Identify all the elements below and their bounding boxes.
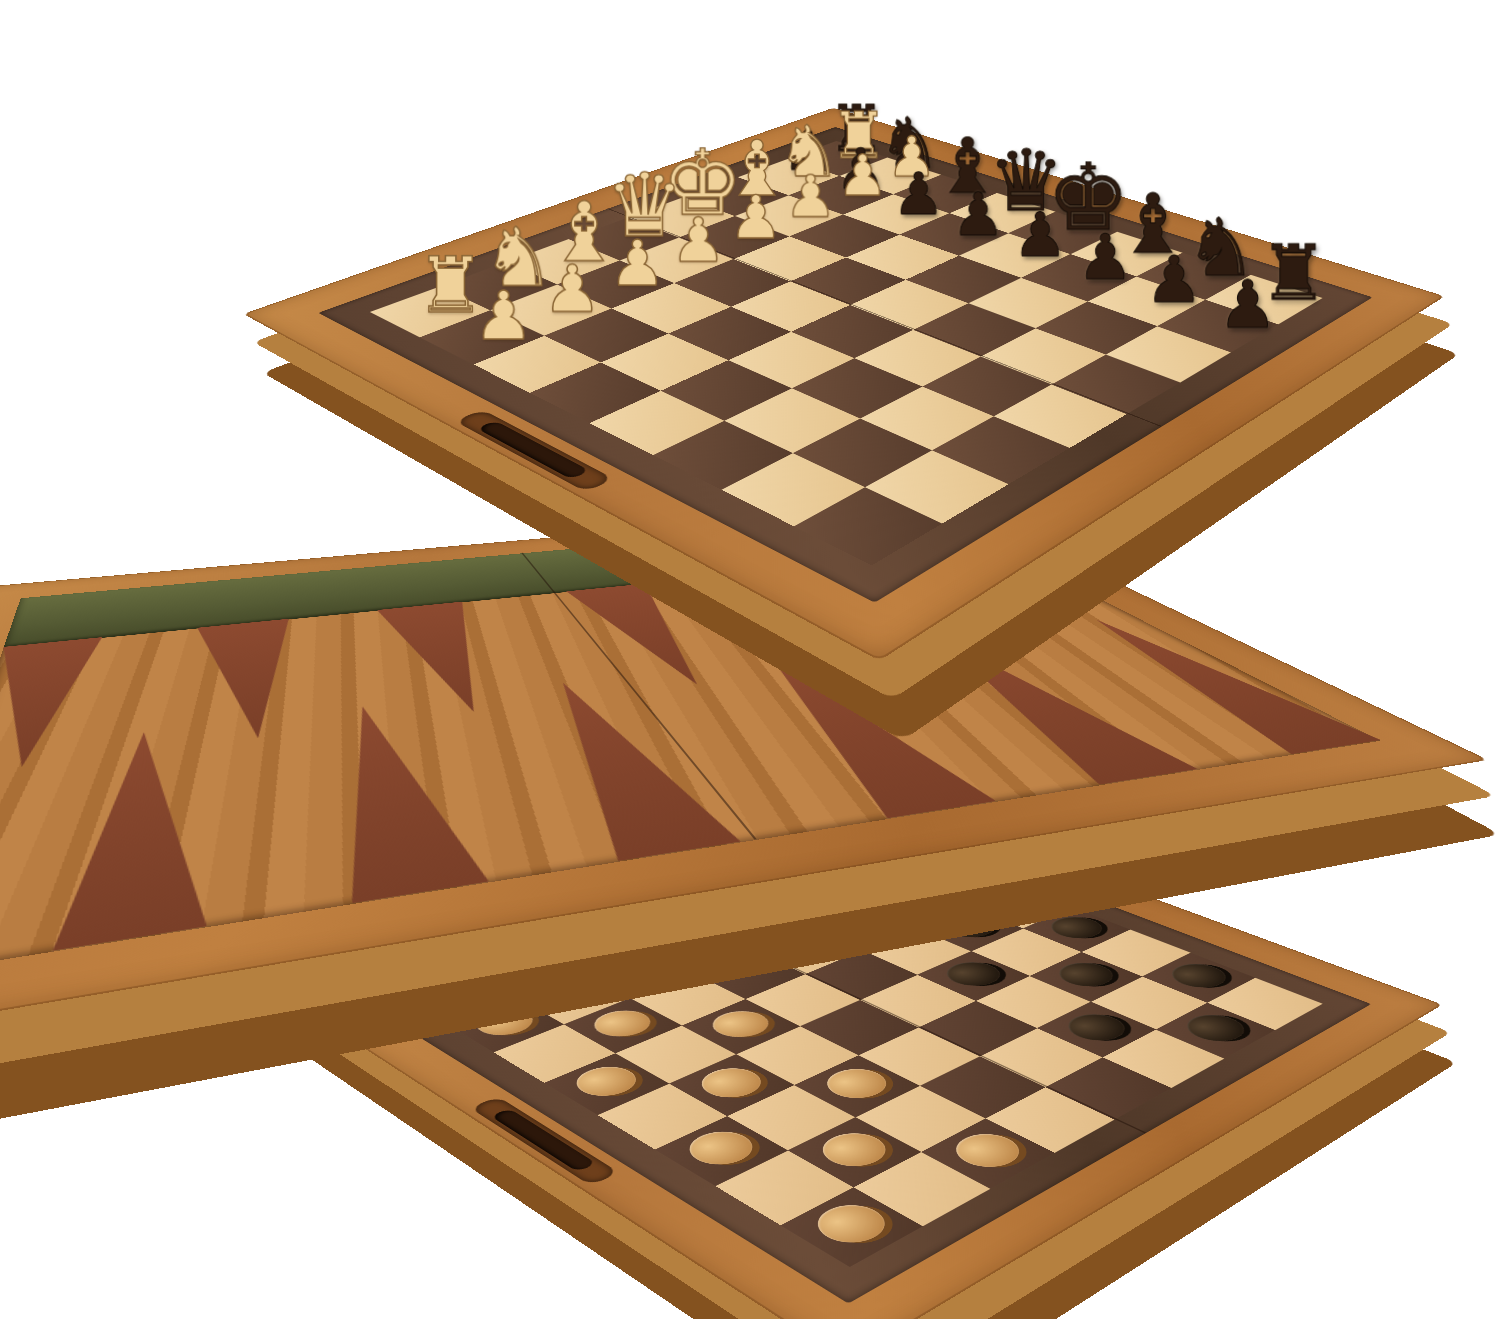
chess-piece-light-p: ♟	[474, 285, 534, 347]
chess-piece-dark-p: ♟	[1077, 229, 1133, 287]
chess-piece-dark-p: ♟	[1145, 251, 1203, 310]
chess-piece-light-p: ♟	[609, 235, 666, 293]
chess-piece-light-p: ♟	[543, 260, 601, 320]
checkers-man-light	[565, 1061, 647, 1102]
chess-piece-dark-p: ♟	[1218, 275, 1277, 336]
checkers-man-light	[690, 1062, 773, 1103]
chess-piece-light-p: ♟	[729, 190, 783, 245]
checkers-man-dark	[936, 958, 1010, 991]
product-photo-scene: ♜♞♝♛♚♝♞♟♜♜♟♟♟♟♟♟♟♟♟♞♟♝♟♛♟♚♟♝♟♞♟♜162	[0, 0, 1500, 1319]
chess-piece-light-p: ♟	[837, 150, 888, 202]
checkers-man-dark	[1057, 1009, 1136, 1046]
checkers-man-light	[804, 1198, 898, 1250]
chess-piece-dark-p: ♟	[893, 168, 945, 221]
checkers-man-dark	[1049, 958, 1123, 991]
chess-piece-light-p: ♟	[671, 212, 726, 268]
chess-piece-dark-p: ♟	[951, 188, 1004, 243]
backgammon-point-up	[310, 700, 489, 903]
chess-piece-light-p: ♟	[785, 170, 837, 223]
chess-piece-dark-p: ♟	[1012, 208, 1067, 264]
backgammon-point-up	[53, 725, 207, 950]
